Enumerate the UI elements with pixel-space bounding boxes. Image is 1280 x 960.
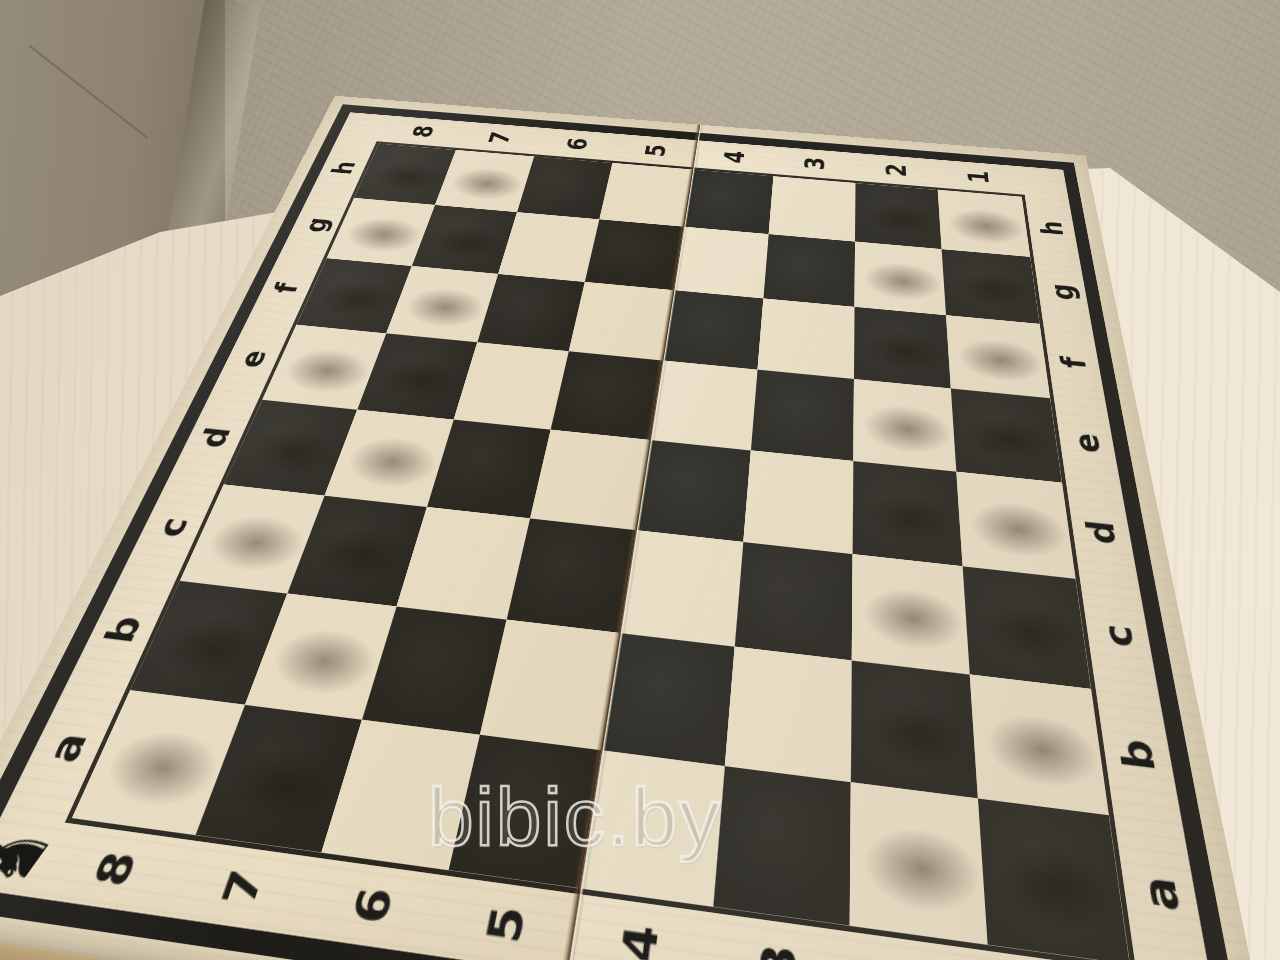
black-pawn-glyph: ♟: [214, 666, 338, 797]
coord-far-5: 5: [639, 143, 673, 158]
coord-far-4: 4: [718, 149, 751, 164]
piece-white-rook-a1: ♜: [978, 799, 1130, 960]
black-rook-glyph: ♜: [81, 625, 228, 781]
white-pawn-glyph: ♟: [853, 620, 973, 748]
square-f4: [662, 290, 763, 370]
coord-far-6: 6: [560, 137, 594, 152]
white-pawn-glyph: ♟: [852, 746, 982, 884]
scene: ♞ 8877665544332211hhggffeeddccbbaa♜♞♝♛♚♝…: [0, 0, 1280, 960]
watermark: bibic.by: [428, 770, 722, 864]
square-g5: [585, 219, 683, 290]
square-f6: [477, 274, 585, 352]
white-queen-finial-icon: [1008, 382, 1022, 396]
square-g3: [763, 234, 854, 307]
square-h4: [684, 170, 774, 234]
coord-far-3: 3: [798, 156, 831, 171]
square-h2: [855, 183, 942, 249]
square-e5: [551, 351, 663, 440]
square-h6: [517, 156, 613, 219]
white-rook-glyph: ♜: [974, 735, 1132, 902]
